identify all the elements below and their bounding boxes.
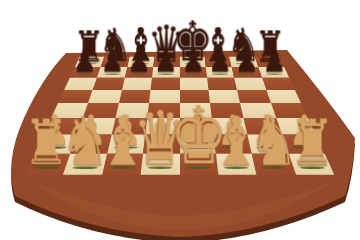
black-pawn: ♟ <box>100 49 124 75</box>
square-b6 <box>93 78 125 90</box>
black-pawn: ♟ <box>127 49 151 75</box>
black-pawn: ♟ <box>154 49 178 75</box>
square-g6 <box>234 78 266 90</box>
black-pawn: ♟ <box>235 49 259 75</box>
chess-board: ♜♞♝♛♚♝♞♜♟♟♟♟♟♟♟♟♟♟♟♟♟♟♟♟♜♞♝♛♚♝♞♜ <box>58 5 301 201</box>
black-pawn: ♟ <box>181 49 205 75</box>
chess-board-photo: ♜♞♝♛♚♝♞♜♟♟♟♟♟♟♟♟♟♟♟♟♟♟♟♟♜♞♝♛♚♝♞♜ <box>0 0 360 240</box>
square-c7: ♟ <box>125 67 154 78</box>
square-e7: ♟ <box>180 67 207 78</box>
white-knight: ♞ <box>250 114 300 168</box>
square-a6 <box>64 78 97 90</box>
square-b7: ♟ <box>97 67 127 78</box>
square-a7: ♟ <box>70 67 101 78</box>
square-d6 <box>151 78 180 90</box>
black-pawn: ♟ <box>73 49 97 75</box>
square-h7: ♟ <box>258 67 289 78</box>
black-pawn: ♟ <box>208 49 232 75</box>
square-h6 <box>262 78 295 90</box>
square-c6 <box>122 78 152 90</box>
square-d7: ♟ <box>152 67 179 78</box>
white-bishop: ♝ <box>98 114 148 168</box>
square-f6 <box>207 78 237 90</box>
square-c1: ♝ <box>102 153 143 174</box>
square-e6 <box>180 78 209 90</box>
board-squares-grid: ♜♞♝♛♚♝♞♜♟♟♟♟♟♟♟♟♟♟♟♟♟♟♟♟♜♞♝♛♚♝♞♜ <box>25 57 335 175</box>
square-g1: ♞ <box>252 153 296 174</box>
square-f7: ♟ <box>206 67 235 78</box>
black-pawn: ♟ <box>262 49 286 75</box>
square-g7: ♟ <box>232 67 262 78</box>
